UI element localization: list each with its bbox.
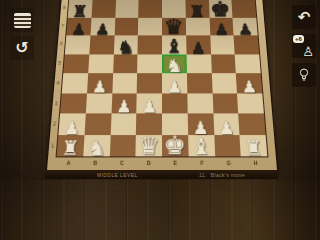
square-f1[interactable]: ♝ (188, 135, 215, 157)
chess-board-3d: 87654321 ♜♜♚♟♟♛♟♟♞♝♟♞♟♟♟♟♟♟♟♟♜♞♛♚♝♜ ABCD… (46, 0, 278, 172)
square-b8[interactable] (91, 0, 115, 17)
piece-white-pawn-c3[interactable]: ♟ (116, 98, 132, 115)
square-e3[interactable] (162, 93, 187, 113)
square-g3[interactable] (212, 93, 238, 113)
piece-white-pawn-a2[interactable]: ♟ (63, 119, 80, 137)
restart-icon: ↺ (15, 40, 28, 56)
lightbulb-icon (298, 68, 310, 82)
hamburger-menu-icon (14, 13, 31, 28)
board-grid[interactable]: ♜♜♚♟♟♛♟♟♞♝♟♞♟♟♟♟♟♟♟♟♜♞♛♚♝♜ (56, 0, 269, 157)
file-label-d: D (135, 159, 162, 169)
piece-black-king-g8[interactable]: ♚ (210, 0, 231, 19)
square-a3[interactable] (60, 93, 87, 113)
piece-white-pawn-d3[interactable]: ♟ (141, 98, 157, 115)
piece-white-knight-b1[interactable]: ♞ (87, 137, 107, 158)
piece-white-pawn-e4[interactable]: ♟ (167, 78, 183, 95)
score-badge: +6 (293, 35, 304, 43)
square-h5[interactable] (235, 54, 261, 73)
square-d8[interactable] (138, 0, 162, 17)
move-number: 11. (199, 172, 207, 178)
square-d7[interactable] (138, 17, 162, 35)
square-b4[interactable]: ♟ (87, 73, 113, 93)
square-f5[interactable] (186, 54, 211, 73)
square-d5[interactable] (137, 54, 162, 73)
square-a8[interactable]: ♜ (68, 0, 93, 17)
square-g5[interactable] (211, 54, 236, 73)
square-b2[interactable] (84, 113, 111, 134)
piece-white-pawn-g2[interactable]: ♟ (218, 119, 235, 137)
move-status: 11.Black's move (199, 172, 245, 178)
file-label-h: H (242, 159, 269, 169)
square-h7[interactable]: ♟ (233, 17, 258, 35)
square-b3[interactable] (86, 93, 112, 113)
square-c4[interactable] (112, 73, 137, 93)
square-g2[interactable]: ♟ (213, 113, 240, 134)
restart-button[interactable]: ↺ (10, 36, 34, 60)
piece-white-pawn-b4[interactable]: ♟ (91, 78, 107, 95)
piece-white-rook-a1[interactable]: ♜ (61, 138, 80, 158)
square-e6[interactable]: ♝ (162, 35, 186, 54)
square-f2[interactable]: ♟ (187, 113, 213, 134)
piece-black-rook-a8[interactable]: ♜ (71, 3, 88, 19)
square-c1[interactable] (109, 135, 136, 157)
square-c2[interactable] (110, 113, 136, 134)
square-c3[interactable]: ♟ (111, 93, 137, 113)
piece-black-pawn-h7[interactable]: ♟ (238, 22, 254, 37)
piece-black-knight-c6[interactable]: ♞ (117, 38, 135, 56)
square-h8[interactable] (232, 0, 257, 17)
chess-app-screen: { "game": "chess", "app": { "level_label… (0, 0, 320, 180)
square-c7[interactable] (114, 17, 138, 35)
square-f6[interactable]: ♟ (186, 35, 211, 54)
menu-button[interactable] (10, 8, 34, 32)
square-e5[interactable]: ♞ (162, 54, 187, 73)
square-d1[interactable]: ♛ (136, 135, 162, 157)
square-f4[interactable] (187, 73, 212, 93)
square-e7[interactable]: ♛ (162, 17, 186, 35)
level-label: MIDDLE LEVEL (97, 172, 138, 178)
piece-white-pawn-h4[interactable]: ♟ (241, 78, 258, 95)
square-b6[interactable] (89, 35, 114, 54)
piece-white-rook-h1[interactable]: ♜ (244, 138, 263, 158)
piece-black-pawn-f6[interactable]: ♟ (191, 40, 206, 56)
square-f7[interactable] (186, 17, 210, 35)
square-f8[interactable]: ♜ (185, 0, 209, 17)
piece-black-rook-f8[interactable]: ♜ (189, 3, 206, 19)
piece-black-pawn-b7[interactable]: ♟ (95, 22, 110, 37)
square-a2[interactable]: ♟ (58, 113, 85, 134)
square-a6[interactable] (65, 35, 90, 54)
square-h1[interactable]: ♜ (240, 135, 268, 157)
file-label-f: F (189, 159, 216, 169)
piece-white-bishop-f1[interactable]: ♝ (191, 136, 212, 158)
file-label-a: A (55, 159, 82, 169)
move-status-label: Black's move (211, 172, 245, 178)
square-g8[interactable]: ♚ (208, 0, 232, 17)
square-g4[interactable] (211, 73, 237, 93)
square-f3[interactable] (187, 93, 213, 113)
square-a7[interactable]: ♟ (66, 17, 91, 35)
square-a5[interactable] (63, 54, 89, 73)
square-b1[interactable]: ♞ (83, 135, 110, 157)
square-d4[interactable] (137, 73, 162, 93)
piece-black-pawn-a7[interactable]: ♟ (71, 22, 87, 37)
square-c8[interactable] (115, 0, 139, 17)
material-score-button[interactable]: +6 ♙ (292, 34, 316, 58)
square-a4[interactable] (62, 73, 88, 93)
hint-button[interactable] (292, 63, 316, 87)
square-b5[interactable] (88, 54, 113, 73)
square-d3[interactable]: ♟ (137, 93, 162, 113)
board-frame: 87654321 ♜♜♚♟♟♛♟♟♞♝♟♞♟♟♟♟♟♟♟♟♜♞♛♚♝♜ ABCD… (46, 0, 278, 172)
undo-button[interactable]: ↶ (292, 5, 316, 29)
piece-white-knight-e5[interactable]: ♞ (165, 56, 183, 75)
pawn-outline-icon: ♙ (302, 45, 314, 58)
piece-black-pawn-g7[interactable]: ♟ (214, 22, 229, 37)
square-h3[interactable] (237, 93, 264, 113)
square-g6[interactable] (210, 35, 235, 54)
square-d6[interactable] (138, 35, 162, 54)
piece-white-queen-d1[interactable]: ♛ (138, 134, 160, 159)
square-h4[interactable]: ♟ (236, 73, 262, 93)
file-label-c: C (108, 159, 135, 169)
file-label-g: G (215, 159, 242, 169)
square-e1[interactable]: ♚ (162, 135, 188, 157)
square-a1[interactable]: ♜ (57, 135, 85, 157)
piece-white-king-e1[interactable]: ♚ (164, 133, 187, 159)
undo-icon: ↶ (298, 10, 311, 25)
square-h2[interactable] (238, 113, 265, 134)
piece-black-bishop-e6[interactable]: ♝ (165, 37, 184, 56)
square-c6[interactable]: ♞ (113, 35, 138, 54)
square-h6[interactable] (234, 35, 259, 54)
square-b7[interactable]: ♟ (90, 17, 115, 35)
square-g1[interactable] (214, 135, 241, 157)
